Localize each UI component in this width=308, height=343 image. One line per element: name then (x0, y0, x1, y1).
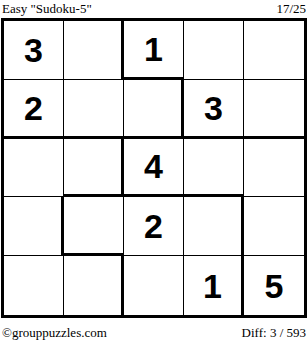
cell-r2c2[interactable] (64, 80, 124, 139)
cell-r5c5[interactable]: 5 (244, 256, 304, 315)
given-digit: 2 (24, 91, 43, 125)
cell-r4c4[interactable] (184, 197, 244, 256)
cell-r5c2[interactable] (64, 256, 124, 315)
cell-r1c1[interactable]: 3 (4, 21, 64, 80)
given-digit: 1 (203, 269, 222, 303)
cell-r1c5[interactable] (244, 21, 304, 80)
cell-r3c3[interactable]: 4 (124, 139, 184, 198)
given-digit: 4 (144, 149, 163, 183)
cell-r2c4[interactable]: 3 (184, 80, 244, 139)
cell-r3c2[interactable] (64, 139, 124, 198)
cell-r4c2[interactable] (64, 197, 124, 256)
given-digit: 3 (204, 91, 223, 125)
cell-r5c1[interactable] (4, 256, 64, 315)
cell-r1c3[interactable]: 1 (124, 21, 184, 80)
cell-r4c1[interactable] (4, 197, 64, 256)
cell-r4c5[interactable] (244, 197, 304, 256)
sudoku-grid: 31234215 (1, 18, 307, 318)
given-digit: 5 (265, 269, 284, 303)
cell-r5c4[interactable]: 1 (184, 256, 244, 315)
cell-r2c1[interactable]: 2 (4, 80, 64, 139)
cell-r4c3[interactable]: 2 (124, 197, 184, 256)
given-digit: 2 (144, 209, 163, 243)
cell-r1c2[interactable] (64, 21, 124, 80)
given-digit: 1 (144, 32, 163, 66)
cell-r3c5[interactable] (244, 139, 304, 198)
cell-r3c1[interactable] (4, 139, 64, 198)
cell-r5c3[interactable] (124, 256, 184, 315)
remaining-counter: 17/25 (276, 1, 306, 17)
copyright-text: ©grouppuzzles.com (2, 325, 107, 341)
given-digit: 3 (24, 33, 43, 67)
cell-r1c4[interactable] (184, 21, 244, 80)
cell-r2c3[interactable] (124, 80, 184, 139)
cell-r3c4[interactable] (184, 139, 244, 198)
cell-r2c5[interactable] (244, 80, 304, 139)
puzzle-title: Easy "Sudoku-5" (2, 1, 92, 17)
difficulty-text: Diff: 3 / 593 (242, 325, 306, 341)
